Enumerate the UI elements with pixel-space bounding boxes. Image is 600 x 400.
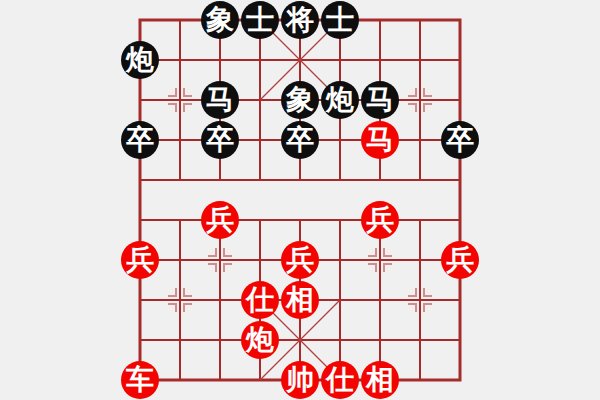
- point-marker: [168, 88, 192, 112]
- point-marker: [168, 288, 192, 312]
- red-elephant[interactable]: 相: [361, 361, 399, 399]
- red-soldier[interactable]: 兵: [361, 201, 399, 239]
- black-cannon[interactable]: 炮: [321, 81, 359, 119]
- black-general[interactable]: 将: [281, 1, 319, 39]
- xiangqi-screen: 象士将士炮马象炮马卒卒卒马卒兵兵兵兵兵仕相炮车帅仕相: [0, 0, 600, 400]
- black-soldier[interactable]: 卒: [121, 121, 159, 159]
- red-general[interactable]: 帅: [281, 361, 319, 399]
- black-cannon[interactable]: 炮: [121, 41, 159, 79]
- black-elephant[interactable]: 象: [281, 81, 319, 119]
- red-cannon[interactable]: 炮: [241, 321, 279, 359]
- point-marker: [408, 288, 432, 312]
- red-advisor[interactable]: 仕: [321, 361, 359, 399]
- red-soldier[interactable]: 兵: [201, 201, 239, 239]
- black-advisor[interactable]: 士: [241, 1, 279, 39]
- black-soldier[interactable]: 卒: [201, 121, 239, 159]
- red-elephant[interactable]: 相: [281, 281, 319, 319]
- point-marker: [208, 248, 232, 272]
- black-soldier[interactable]: 卒: [441, 121, 479, 159]
- black-horse[interactable]: 马: [361, 81, 399, 119]
- point-marker: [408, 88, 432, 112]
- black-elephant[interactable]: 象: [201, 1, 239, 39]
- black-advisor[interactable]: 士: [321, 1, 359, 39]
- red-advisor[interactable]: 仕: [241, 281, 279, 319]
- red-horse[interactable]: 马: [361, 121, 399, 159]
- red-soldier[interactable]: 兵: [441, 241, 479, 279]
- black-soldier[interactable]: 卒: [281, 121, 319, 159]
- point-marker: [368, 248, 392, 272]
- xiangqi-board: 象士将士炮马象炮马卒卒卒马卒兵兵兵兵兵仕相炮车帅仕相: [120, 0, 480, 400]
- red-soldier[interactable]: 兵: [281, 241, 319, 279]
- red-chariot[interactable]: 车: [121, 361, 159, 399]
- red-soldier[interactable]: 兵: [121, 241, 159, 279]
- black-horse[interactable]: 马: [201, 81, 239, 119]
